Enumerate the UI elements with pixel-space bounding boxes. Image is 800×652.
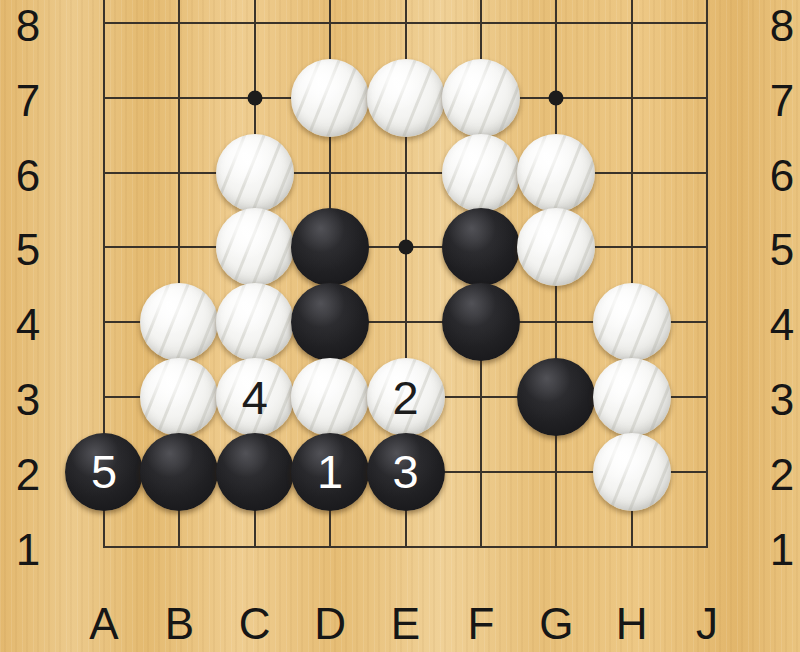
intersection-J6[interactable]	[669, 135, 744, 210]
intersection-G8[interactable]	[519, 0, 594, 60]
row-label-right-2: 2	[770, 450, 794, 500]
intersection-D2[interactable]: 1	[292, 434, 367, 509]
intersection-G5[interactable]	[519, 210, 594, 285]
intersection-G1[interactable]	[519, 509, 594, 584]
intersection-G7[interactable]	[519, 60, 594, 135]
intersection-F3[interactable]	[443, 360, 518, 435]
intersection-G3[interactable]	[519, 360, 594, 435]
intersection-D7[interactable]	[292, 60, 367, 135]
row-label-right-7: 7	[770, 76, 794, 126]
intersection-F7[interactable]	[443, 60, 518, 135]
intersection-E2[interactable]: 3	[368, 434, 443, 509]
stone-white-C6	[216, 134, 294, 212]
intersection-E4[interactable]	[368, 285, 443, 360]
row-label-left-5: 5	[16, 225, 40, 275]
col-label-D: D	[314, 599, 346, 649]
col-label-A: A	[89, 599, 118, 649]
intersection-B7[interactable]	[142, 60, 217, 135]
stone-white-C4	[216, 283, 294, 361]
row-label-left-7: 7	[16, 76, 40, 126]
intersection-F8[interactable]	[443, 0, 518, 60]
stone-white-E7	[367, 59, 445, 137]
stone-white-D3	[291, 358, 369, 436]
intersection-E5[interactable]	[368, 210, 443, 285]
stone-black-E2: 3	[367, 433, 445, 511]
stone-white-H4	[593, 283, 671, 361]
intersection-F5[interactable]	[443, 210, 518, 285]
stone-white-F6	[442, 134, 520, 212]
stone-black-A2: 5	[65, 433, 143, 511]
intersection-A4[interactable]	[66, 285, 141, 360]
col-label-B: B	[165, 599, 194, 649]
intersection-E8[interactable]	[368, 0, 443, 60]
move-number-label: 4	[242, 374, 268, 421]
intersection-E3[interactable]: 2	[368, 360, 443, 435]
stone-black-D2: 1	[291, 433, 369, 511]
intersection-G2[interactable]	[519, 434, 594, 509]
intersection-F2[interactable]	[443, 434, 518, 509]
col-label-G: G	[539, 599, 573, 649]
intersection-D4[interactable]	[292, 285, 367, 360]
move-number-label: 1	[317, 448, 343, 495]
stone-black-F4	[442, 283, 520, 361]
intersection-H4[interactable]	[594, 285, 669, 360]
go-board-screen: 42513 8877665544332211ABCDEFGHJ	[0, 0, 800, 652]
row-label-right-3: 3	[770, 375, 794, 425]
row-label-left-1: 1	[16, 525, 40, 575]
intersection-C7[interactable]	[217, 60, 292, 135]
intersection-E1[interactable]	[368, 509, 443, 584]
intersection-B3[interactable]	[142, 360, 217, 435]
stone-white-B3	[140, 358, 218, 436]
intersection-H2[interactable]	[594, 434, 669, 509]
intersection-D1[interactable]	[292, 509, 367, 584]
intersection-H1[interactable]	[594, 509, 669, 584]
col-label-F: F	[467, 599, 494, 649]
go-board: 42513	[66, 0, 744, 584]
stone-white-D7	[291, 59, 369, 137]
intersection-J7[interactable]	[669, 60, 744, 135]
intersection-C4[interactable]	[217, 285, 292, 360]
move-number-label: 2	[392, 374, 418, 421]
intersection-D8[interactable]	[292, 0, 367, 60]
col-label-J: J	[696, 599, 718, 649]
intersection-C3[interactable]: 4	[217, 360, 292, 435]
move-number-label: 3	[392, 448, 418, 495]
intersection-B1[interactable]	[142, 509, 217, 584]
intersection-C5[interactable]	[217, 210, 292, 285]
stone-black-B2	[140, 433, 218, 511]
intersection-E7[interactable]	[368, 60, 443, 135]
stone-white-E3: 2	[367, 358, 445, 436]
intersection-B4[interactable]	[142, 285, 217, 360]
intersection-F6[interactable]	[443, 135, 518, 210]
intersection-J4[interactable]	[669, 285, 744, 360]
stone-black-F5	[442, 208, 520, 286]
row-label-right-5: 5	[770, 225, 794, 275]
row-label-left-2: 2	[16, 450, 40, 500]
col-label-E: E	[391, 599, 420, 649]
row-label-left-8: 8	[16, 1, 40, 51]
intersection-H8[interactable]	[594, 0, 669, 60]
row-label-right-8: 8	[770, 1, 794, 51]
intersection-J8[interactable]	[669, 0, 744, 60]
stone-black-C2	[216, 433, 294, 511]
intersection-C6[interactable]	[217, 135, 292, 210]
intersection-D6[interactable]	[292, 135, 367, 210]
row-label-right-6: 6	[770, 151, 794, 201]
stone-white-H2	[593, 433, 671, 511]
stone-black-D5	[291, 208, 369, 286]
row-label-left-4: 4	[16, 300, 40, 350]
stone-black-G3	[517, 358, 595, 436]
row-label-left-6: 6	[16, 151, 40, 201]
stone-white-B4	[140, 283, 218, 361]
col-label-H: H	[616, 599, 648, 649]
stone-white-G6	[517, 134, 595, 212]
intersection-C1[interactable]	[217, 509, 292, 584]
intersection-A7[interactable]	[66, 60, 141, 135]
intersection-H3[interactable]	[594, 360, 669, 435]
intersection-B6[interactable]	[142, 135, 217, 210]
intersection-J3[interactable]	[669, 360, 744, 435]
intersection-D5[interactable]	[292, 210, 367, 285]
intersection-A3[interactable]	[66, 360, 141, 435]
intersection-J5[interactable]	[669, 210, 744, 285]
intersection-E6[interactable]	[368, 135, 443, 210]
move-number-label: 5	[91, 448, 117, 495]
stone-white-F7	[442, 59, 520, 137]
intersection-C2[interactable]	[217, 434, 292, 509]
row-label-right-4: 4	[770, 300, 794, 350]
intersection-G6[interactable]	[519, 135, 594, 210]
stone-white-G5	[517, 208, 595, 286]
stone-white-H3	[593, 358, 671, 436]
intersection-B8[interactable]	[142, 0, 217, 60]
intersection-F4[interactable]	[443, 285, 518, 360]
intersection-A6[interactable]	[66, 135, 141, 210]
row-label-left-3: 3	[16, 375, 40, 425]
intersection-J1[interactable]	[669, 509, 744, 584]
intersection-A5[interactable]	[66, 210, 141, 285]
intersection-C8[interactable]	[217, 0, 292, 60]
stone-black-D4	[291, 283, 369, 361]
stone-white-C3: 4	[216, 358, 294, 436]
intersection-F1[interactable]	[443, 509, 518, 584]
intersection-A8[interactable]	[66, 0, 141, 60]
row-label-right-1: 1	[770, 525, 794, 575]
intersection-J2[interactable]	[669, 434, 744, 509]
intersection-H7[interactable]	[594, 60, 669, 135]
intersection-H6[interactable]	[594, 135, 669, 210]
intersection-H5[interactable]	[594, 210, 669, 285]
intersection-G4[interactable]	[519, 285, 594, 360]
col-label-C: C	[239, 599, 271, 649]
intersection-B2[interactable]	[142, 434, 217, 509]
intersection-D3[interactable]	[292, 360, 367, 435]
intersection-A1[interactable]	[66, 509, 141, 584]
intersection-A2[interactable]: 5	[66, 434, 141, 509]
intersection-B5[interactable]	[142, 210, 217, 285]
stone-white-C5	[216, 208, 294, 286]
